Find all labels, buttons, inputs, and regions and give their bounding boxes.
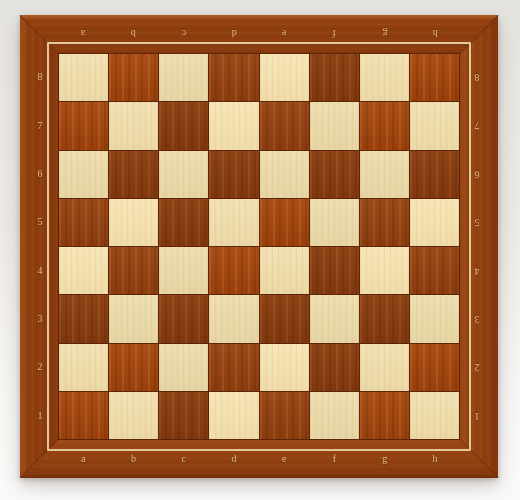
square-f5[interactable] (310, 199, 359, 246)
square-d7[interactable] (209, 102, 258, 149)
square-d1[interactable] (209, 392, 258, 439)
square-d4[interactable] (209, 247, 258, 294)
square-h1[interactable] (410, 392, 459, 439)
square-e5[interactable] (260, 199, 309, 246)
board-frame-bottom (20, 440, 498, 478)
square-g4[interactable] (360, 247, 409, 294)
square-d2[interactable] (209, 344, 258, 391)
square-b8[interactable] (109, 54, 158, 101)
square-c3[interactable] (159, 295, 208, 342)
square-b7[interactable] (109, 102, 158, 149)
photo-background: abcdefgh abcdefgh 87654321 87654321 (0, 0, 520, 500)
square-h8[interactable] (410, 54, 459, 101)
square-c4[interactable] (159, 247, 208, 294)
square-c2[interactable] (159, 344, 208, 391)
square-c7[interactable] (159, 102, 208, 149)
square-e7[interactable] (260, 102, 309, 149)
square-f8[interactable] (310, 54, 359, 101)
square-g8[interactable] (360, 54, 409, 101)
square-f3[interactable] (310, 295, 359, 342)
square-a7[interactable] (59, 102, 108, 149)
square-g5[interactable] (360, 199, 409, 246)
square-a5[interactable] (59, 199, 108, 246)
square-e2[interactable] (260, 344, 309, 391)
square-a4[interactable] (59, 247, 108, 294)
square-b2[interactable] (109, 344, 158, 391)
square-e1[interactable] (260, 392, 309, 439)
square-d6[interactable] (209, 151, 258, 198)
square-h7[interactable] (410, 102, 459, 149)
square-d3[interactable] (209, 295, 258, 342)
square-e8[interactable] (260, 54, 309, 101)
board-frame-top (20, 15, 498, 53)
square-a6[interactable] (59, 151, 108, 198)
square-a8[interactable] (59, 54, 108, 101)
square-g2[interactable] (360, 344, 409, 391)
board-frame-right (460, 15, 498, 478)
square-g1[interactable] (360, 392, 409, 439)
square-f4[interactable] (310, 247, 359, 294)
chess-board: abcdefgh abcdefgh 87654321 87654321 (20, 15, 498, 478)
square-b6[interactable] (109, 151, 158, 198)
square-a1[interactable] (59, 392, 108, 439)
square-c1[interactable] (159, 392, 208, 439)
square-h4[interactable] (410, 247, 459, 294)
square-c8[interactable] (159, 54, 208, 101)
square-b5[interactable] (109, 199, 158, 246)
square-f7[interactable] (310, 102, 359, 149)
square-e6[interactable] (260, 151, 309, 198)
square-f1[interactable] (310, 392, 359, 439)
square-g7[interactable] (360, 102, 409, 149)
square-f6[interactable] (310, 151, 359, 198)
square-a2[interactable] (59, 344, 108, 391)
square-f2[interactable] (310, 344, 359, 391)
square-g3[interactable] (360, 295, 409, 342)
square-g6[interactable] (360, 151, 409, 198)
square-d5[interactable] (209, 199, 258, 246)
playing-field (58, 53, 460, 440)
square-b3[interactable] (109, 295, 158, 342)
square-h3[interactable] (410, 295, 459, 342)
square-c6[interactable] (159, 151, 208, 198)
square-a3[interactable] (59, 295, 108, 342)
square-e4[interactable] (260, 247, 309, 294)
square-e3[interactable] (260, 295, 309, 342)
board-frame-left (20, 15, 58, 478)
square-h5[interactable] (410, 199, 459, 246)
square-d8[interactable] (209, 54, 258, 101)
square-b1[interactable] (109, 392, 158, 439)
square-h2[interactable] (410, 344, 459, 391)
square-h6[interactable] (410, 151, 459, 198)
square-c5[interactable] (159, 199, 208, 246)
square-b4[interactable] (109, 247, 158, 294)
